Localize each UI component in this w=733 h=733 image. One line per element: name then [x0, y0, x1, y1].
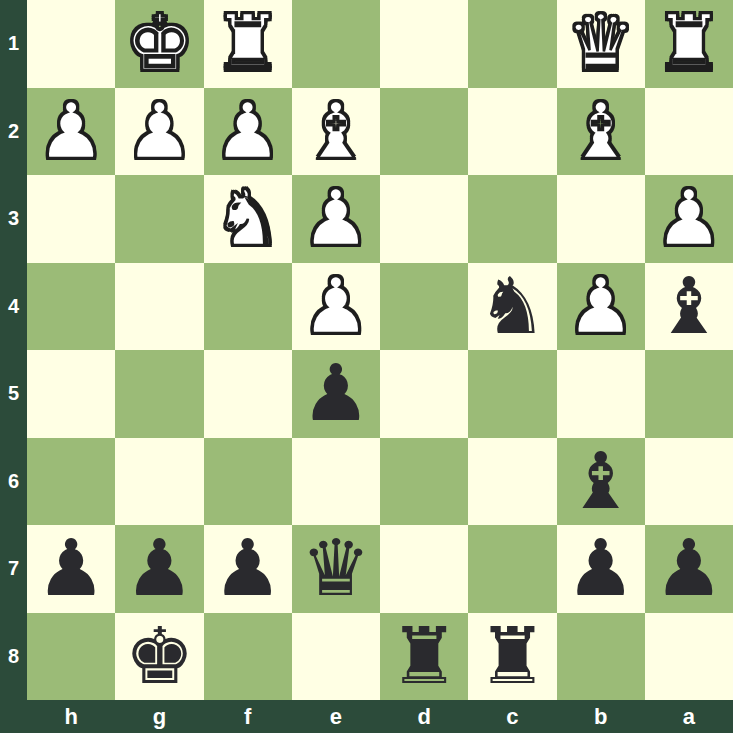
square-b7[interactable]: ♟	[557, 525, 645, 613]
white-knight[interactable]: ♞	[213, 175, 283, 263]
square-a5[interactable]	[645, 350, 733, 438]
square-e5[interactable]: ♟	[292, 350, 380, 438]
square-a8[interactable]	[645, 613, 733, 701]
square-h2[interactable]: ♟	[27, 88, 115, 176]
rank-label-5: 5	[0, 350, 27, 438]
square-c7[interactable]	[468, 525, 556, 613]
file-label-f: f	[204, 700, 292, 733]
square-f7[interactable]: ♟	[204, 525, 292, 613]
square-g2[interactable]: ♟	[115, 88, 203, 176]
white-rook[interactable]: ♜	[654, 0, 724, 88]
square-a1[interactable]: ♜	[645, 0, 733, 88]
square-c6[interactable]	[468, 438, 556, 526]
white-rook[interactable]: ♜	[213, 0, 283, 88]
square-d2[interactable]	[380, 88, 468, 176]
rank-label-8: 8	[0, 613, 27, 701]
black-king[interactable]: ♚	[124, 613, 194, 701]
file-label-a: a	[645, 700, 733, 733]
square-f6[interactable]	[204, 438, 292, 526]
square-c5[interactable]	[468, 350, 556, 438]
white-bishop[interactable]: ♝	[566, 88, 636, 176]
square-e7[interactable]: ♛	[292, 525, 380, 613]
square-e2[interactable]: ♝	[292, 88, 380, 176]
square-g6[interactable]	[115, 438, 203, 526]
rank-label-6: 6	[0, 438, 27, 526]
file-label-g: g	[115, 700, 203, 733]
board-corner	[0, 700, 27, 733]
square-f5[interactable]	[204, 350, 292, 438]
chess-board: 1♚♜♛♜2♟♟♟♝♝3♞♟♟4♟♞♟♝5♟6♝7♟♟♟♛♟♟8♚♜♜hgfed…	[0, 0, 733, 733]
square-b6[interactable]: ♝	[557, 438, 645, 526]
white-pawn[interactable]: ♟	[36, 88, 106, 176]
square-a4[interactable]: ♝	[645, 263, 733, 351]
square-b5[interactable]	[557, 350, 645, 438]
white-queen[interactable]: ♛	[566, 0, 636, 88]
square-c1[interactable]	[468, 0, 556, 88]
black-pawn[interactable]: ♟	[566, 525, 636, 613]
black-knight[interactable]: ♞	[477, 263, 547, 351]
black-bishop[interactable]: ♝	[654, 263, 724, 351]
square-e3[interactable]: ♟	[292, 175, 380, 263]
square-g8[interactable]: ♚	[115, 613, 203, 701]
square-e4[interactable]: ♟	[292, 263, 380, 351]
square-d3[interactable]	[380, 175, 468, 263]
square-b1[interactable]: ♛	[557, 0, 645, 88]
black-pawn[interactable]: ♟	[213, 525, 283, 613]
square-d6[interactable]	[380, 438, 468, 526]
white-pawn[interactable]: ♟	[301, 263, 371, 351]
square-c3[interactable]	[468, 175, 556, 263]
square-b2[interactable]: ♝	[557, 88, 645, 176]
black-pawn[interactable]: ♟	[654, 525, 724, 613]
square-h1[interactable]	[27, 0, 115, 88]
black-pawn[interactable]: ♟	[36, 525, 106, 613]
white-pawn[interactable]: ♟	[124, 88, 194, 176]
square-e1[interactable]	[292, 0, 380, 88]
square-h4[interactable]	[27, 263, 115, 351]
square-h5[interactable]	[27, 350, 115, 438]
square-a6[interactable]	[645, 438, 733, 526]
square-f1[interactable]: ♜	[204, 0, 292, 88]
square-g5[interactable]	[115, 350, 203, 438]
black-queen[interactable]: ♛	[301, 525, 371, 613]
rank-label-4: 4	[0, 263, 27, 351]
chess-board-page: 1♚♜♛♜2♟♟♟♝♝3♞♟♟4♟♞♟♝5♟6♝7♟♟♟♛♟♟8♚♜♜hgfed…	[0, 0, 733, 733]
square-b8[interactable]	[557, 613, 645, 701]
square-h3[interactable]	[27, 175, 115, 263]
square-a7[interactable]: ♟	[645, 525, 733, 613]
file-label-c: c	[468, 700, 556, 733]
black-rook[interactable]: ♜	[477, 613, 547, 701]
rank-label-1: 1	[0, 0, 27, 88]
square-b3[interactable]	[557, 175, 645, 263]
file-label-d: d	[380, 700, 468, 733]
rank-label-2: 2	[0, 88, 27, 176]
square-b4[interactable]: ♟	[557, 263, 645, 351]
square-c8[interactable]: ♜	[468, 613, 556, 701]
square-e8[interactable]	[292, 613, 380, 701]
black-pawn[interactable]: ♟	[124, 525, 194, 613]
square-d4[interactable]	[380, 263, 468, 351]
square-h8[interactable]	[27, 613, 115, 701]
rank-label-7: 7	[0, 525, 27, 613]
square-f2[interactable]: ♟	[204, 88, 292, 176]
file-label-b: b	[557, 700, 645, 733]
white-bishop[interactable]: ♝	[301, 88, 371, 176]
black-rook[interactable]: ♜	[389, 613, 459, 701]
file-label-e: e	[292, 700, 380, 733]
square-g3[interactable]	[115, 175, 203, 263]
square-d5[interactable]	[380, 350, 468, 438]
square-g7[interactable]: ♟	[115, 525, 203, 613]
square-c2[interactable]	[468, 88, 556, 176]
square-f8[interactable]	[204, 613, 292, 701]
file-label-h: h	[27, 700, 115, 733]
square-d1[interactable]	[380, 0, 468, 88]
white-pawn[interactable]: ♟	[213, 88, 283, 176]
white-pawn[interactable]: ♟	[566, 263, 636, 351]
white-pawn[interactable]: ♟	[301, 175, 371, 263]
square-e6[interactable]	[292, 438, 380, 526]
square-g1[interactable]: ♚	[115, 0, 203, 88]
square-g4[interactable]	[115, 263, 203, 351]
square-h6[interactable]	[27, 438, 115, 526]
square-f3[interactable]: ♞	[204, 175, 292, 263]
square-h7[interactable]: ♟	[27, 525, 115, 613]
square-f4[interactable]	[204, 263, 292, 351]
square-a3[interactable]: ♟	[645, 175, 733, 263]
square-c4[interactable]: ♞	[468, 263, 556, 351]
black-bishop[interactable]: ♝	[566, 438, 636, 526]
square-d8[interactable]: ♜	[380, 613, 468, 701]
black-pawn[interactable]: ♟	[301, 350, 371, 438]
square-a2[interactable]	[645, 88, 733, 176]
rank-label-3: 3	[0, 175, 27, 263]
square-d7[interactable]	[380, 525, 468, 613]
white-pawn[interactable]: ♟	[654, 175, 724, 263]
white-king[interactable]: ♚	[124, 0, 194, 88]
